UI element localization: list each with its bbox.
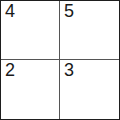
- grid-cell-r0c0[interactable]: 4: [1, 1, 60, 60]
- puzzle-grid: 4 5 2 3: [0, 0, 120, 120]
- cell-value: 2: [5, 61, 59, 79]
- cell-value: 5: [64, 2, 119, 20]
- grid-cell-r1c1[interactable]: 3: [60, 60, 119, 119]
- grid-cell-r1c0[interactable]: 2: [1, 60, 60, 119]
- grid-cell-r0c1[interactable]: 5: [60, 1, 119, 60]
- cell-value: 3: [64, 61, 119, 79]
- cell-value: 4: [5, 2, 59, 20]
